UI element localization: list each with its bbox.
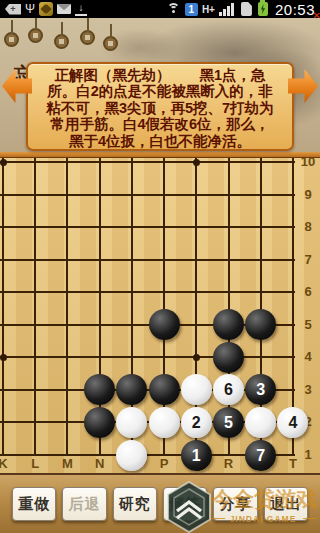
lesson-line: 常用手筋。白4假若改6位，那么， bbox=[28, 116, 292, 132]
coin-decoration bbox=[28, 28, 43, 43]
share-button[interactable]: 分享 bbox=[213, 487, 257, 521]
go-board[interactable]: 10987654321KLMNOPQRST3517624 bbox=[0, 152, 320, 473]
row-label-8: 8 bbox=[298, 219, 318, 234]
grid-line-row-9 bbox=[0, 194, 295, 196]
row-label-1: 1 bbox=[298, 447, 318, 462]
lesson-line: 正解图（黑先劫） 黑1点，急 bbox=[28, 67, 292, 83]
tag-icon: + bbox=[5, 4, 21, 15]
star-point-K10 bbox=[0, 159, 7, 166]
wifi-icon bbox=[167, 3, 181, 15]
app-screen: + Ψ ↓ 1 H+ ✕ 20:53 忘忧围棋 正解图（黑先劫） 黑1点，急 所… bbox=[0, 0, 320, 533]
study-button[interactable]: 研究 bbox=[113, 487, 157, 521]
stone-black-S1: 7 bbox=[245, 440, 276, 471]
stone-white-Q2: 2 bbox=[181, 407, 212, 438]
stone-black-S5 bbox=[245, 309, 276, 340]
grid-line-row-10 bbox=[0, 161, 295, 163]
grid-line-col-M bbox=[66, 158, 68, 455]
stone-black-S3: 3 bbox=[245, 374, 276, 405]
answer-button[interactable]: 解答 bbox=[163, 487, 207, 521]
lesson-line: 黑于4位扳，白也不能净活。 bbox=[28, 133, 292, 149]
gold-app-icon bbox=[39, 2, 53, 16]
grid-line-col-K bbox=[2, 158, 4, 455]
stone-white-T2: 4 bbox=[277, 407, 308, 438]
star-point-K4 bbox=[0, 354, 7, 361]
row-label-4: 4 bbox=[298, 349, 318, 364]
col-label-P: P bbox=[156, 456, 172, 471]
redo-button[interactable]: 重做 bbox=[12, 487, 56, 521]
download-icon: ↓ bbox=[75, 3, 87, 16]
back-button[interactable]: 后退 bbox=[62, 487, 106, 521]
col-label-L: L bbox=[27, 456, 43, 471]
stone-black-O3 bbox=[116, 374, 147, 405]
grid-line-row-6 bbox=[0, 291, 295, 293]
stone-black-P5 bbox=[149, 309, 180, 340]
exit-button[interactable]: 退出 bbox=[264, 487, 308, 521]
col-label-N: N bbox=[92, 456, 108, 471]
col-label-M: M bbox=[59, 456, 75, 471]
col-label-R: R bbox=[221, 456, 237, 471]
usb-icon: Ψ bbox=[25, 3, 35, 15]
stone-black-R5 bbox=[213, 309, 244, 340]
stone-white-R3: 6 bbox=[213, 374, 244, 405]
clock: 20:53 bbox=[275, 1, 315, 18]
row-label-6: 6 bbox=[298, 284, 318, 299]
coin-decoration bbox=[54, 34, 69, 49]
coin-decoration bbox=[103, 36, 118, 51]
row-label-7: 7 bbox=[298, 252, 318, 267]
grid-line-col-L bbox=[34, 158, 36, 455]
stone-black-N3 bbox=[84, 374, 115, 405]
stone-black-Q1: 1 bbox=[181, 440, 212, 471]
col-label-K: K bbox=[0, 456, 11, 471]
coin-decoration bbox=[80, 30, 95, 45]
stone-white-Q3 bbox=[181, 374, 212, 405]
lesson-line: 所。白2的点是不能被黑断入的，非 bbox=[28, 83, 292, 99]
sim-error-icon bbox=[241, 2, 252, 16]
stone-white-S2 bbox=[245, 407, 276, 438]
stone-black-R4 bbox=[213, 342, 244, 373]
stone-black-R2: 5 bbox=[213, 407, 244, 438]
stone-white-O1 bbox=[116, 440, 147, 471]
row-label-5: 5 bbox=[298, 317, 318, 332]
network-type-label: H+ bbox=[202, 4, 215, 15]
stone-black-N2 bbox=[84, 407, 115, 438]
stone-white-P2 bbox=[149, 407, 180, 438]
sim-error-x: ✕ bbox=[313, 10, 320, 21]
lesson-text-panel: 正解图（黑先劫） 黑1点，急 所。白2的点是不能被黑断入的，非 粘不可，黑3尖顶… bbox=[26, 62, 294, 151]
row-label-3: 3 bbox=[298, 382, 318, 397]
grid-line-row-4 bbox=[0, 356, 295, 358]
coin-decoration bbox=[4, 32, 19, 47]
stone-white-O2 bbox=[116, 407, 147, 438]
row-label-9: 9 bbox=[298, 187, 318, 202]
grid-line-row-7 bbox=[0, 259, 295, 261]
signal-bars-icon bbox=[219, 3, 237, 16]
grid-line-row-8 bbox=[0, 226, 295, 228]
mail-icon bbox=[57, 4, 71, 14]
board-top-frame bbox=[0, 152, 320, 158]
col-label-T: T bbox=[285, 456, 301, 471]
status-bar: + Ψ ↓ 1 H+ ✕ 20:53 bbox=[0, 0, 320, 18]
battery-charging-icon bbox=[258, 2, 268, 16]
star-point-Q10 bbox=[193, 159, 200, 166]
stone-black-P3 bbox=[149, 374, 180, 405]
bottom-toolbar: 重做 后退 研究 解答 分享 退出 bbox=[0, 473, 320, 533]
notification-1-icon: 1 bbox=[185, 3, 198, 16]
star-point-Q4 bbox=[193, 354, 200, 361]
lesson-line: 粘不可，黑3尖顶，再5挖、7打劫为 bbox=[28, 100, 292, 116]
